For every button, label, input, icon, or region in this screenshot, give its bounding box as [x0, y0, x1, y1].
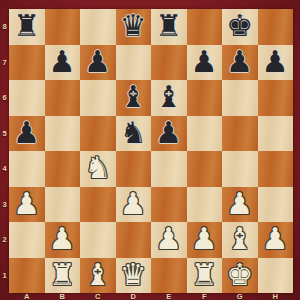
- square-f5[interactable]: [187, 116, 223, 152]
- square-d5[interactable]: ♞: [116, 116, 152, 152]
- square-f1[interactable]: ♜: [187, 258, 223, 294]
- rank-label-2: 2: [0, 222, 9, 258]
- square-d4[interactable]: [116, 151, 152, 187]
- square-c5[interactable]: [80, 116, 116, 152]
- square-c1[interactable]: ♝: [80, 258, 116, 294]
- white-queen[interactable]: ♛: [120, 258, 147, 293]
- square-a2[interactable]: [9, 222, 45, 258]
- square-h8[interactable]: [258, 9, 294, 45]
- square-e3[interactable]: [151, 187, 187, 223]
- square-d1[interactable]: ♛: [116, 258, 152, 294]
- square-b6[interactable]: [45, 80, 81, 116]
- square-h2[interactable]: ♟: [258, 222, 294, 258]
- square-e2[interactable]: ♟: [151, 222, 187, 258]
- square-a3[interactable]: ♟: [9, 187, 45, 223]
- chess-board-frame: ♜♛♜♚♟♟♟♟♟♝♝♟♞♟♞♟♟♟♟♟♟♝♟♜♝♛♜♚ 87654321ABC…: [0, 0, 300, 300]
- square-g4[interactable]: [222, 151, 258, 187]
- square-f6[interactable]: [187, 80, 223, 116]
- square-h3[interactable]: [258, 187, 294, 223]
- square-g1[interactable]: ♚: [222, 258, 258, 294]
- black-pawn[interactable]: ♟: [262, 45, 289, 80]
- square-g3[interactable]: ♟: [222, 187, 258, 223]
- square-d2[interactable]: [116, 222, 152, 258]
- rank-label-6: 6: [0, 80, 9, 116]
- square-b7[interactable]: ♟: [45, 45, 81, 81]
- square-c3[interactable]: [80, 187, 116, 223]
- white-rook[interactable]: ♜: [49, 258, 76, 293]
- white-king[interactable]: ♚: [226, 258, 253, 293]
- file-label-d: D: [116, 293, 152, 300]
- square-g8[interactable]: ♚: [222, 9, 258, 45]
- chess-board: ♜♛♜♚♟♟♟♟♟♝♝♟♞♟♞♟♟♟♟♟♟♝♟♜♝♛♜♚: [9, 9, 293, 293]
- square-g2[interactable]: ♝: [222, 222, 258, 258]
- black-rook[interactable]: ♜: [155, 9, 182, 44]
- square-h4[interactable]: [258, 151, 294, 187]
- file-label-h: H: [258, 293, 294, 300]
- black-king[interactable]: ♚: [226, 9, 253, 44]
- file-label-a: A: [9, 293, 45, 300]
- rank-label-7: 7: [0, 45, 9, 81]
- square-h6[interactable]: [258, 80, 294, 116]
- square-f2[interactable]: ♟: [187, 222, 223, 258]
- square-d7[interactable]: [116, 45, 152, 81]
- square-e8[interactable]: ♜: [151, 9, 187, 45]
- square-h7[interactable]: ♟: [258, 45, 294, 81]
- square-b3[interactable]: [45, 187, 81, 223]
- black-pawn[interactable]: ♟: [13, 116, 40, 151]
- square-c8[interactable]: [80, 9, 116, 45]
- black-rook[interactable]: ♜: [13, 9, 40, 44]
- square-a4[interactable]: [9, 151, 45, 187]
- square-f4[interactable]: [187, 151, 223, 187]
- white-rook[interactable]: ♜: [191, 258, 218, 293]
- square-e4[interactable]: [151, 151, 187, 187]
- square-e5[interactable]: ♟: [151, 116, 187, 152]
- black-pawn[interactable]: ♟: [226, 45, 253, 80]
- square-c7[interactable]: ♟: [80, 45, 116, 81]
- rank-label-3: 3: [0, 187, 9, 223]
- square-a6[interactable]: [9, 80, 45, 116]
- square-g7[interactable]: ♟: [222, 45, 258, 81]
- square-f7[interactable]: ♟: [187, 45, 223, 81]
- square-b8[interactable]: [45, 9, 81, 45]
- white-pawn[interactable]: ♟: [262, 222, 289, 257]
- square-b5[interactable]: [45, 116, 81, 152]
- square-g5[interactable]: [222, 116, 258, 152]
- square-h5[interactable]: [258, 116, 294, 152]
- rank-label-8: 8: [0, 9, 9, 45]
- file-label-c: C: [80, 293, 116, 300]
- square-a5[interactable]: ♟: [9, 116, 45, 152]
- square-b4[interactable]: [45, 151, 81, 187]
- white-pawn[interactable]: ♟: [226, 187, 253, 222]
- black-queen[interactable]: ♛: [120, 9, 147, 44]
- rank-label-4: 4: [0, 151, 9, 187]
- white-bishop[interactable]: ♝: [226, 222, 253, 257]
- white-knight[interactable]: ♞: [84, 151, 111, 186]
- black-pawn[interactable]: ♟: [84, 45, 111, 80]
- square-d6[interactable]: ♝: [116, 80, 152, 116]
- file-label-b: B: [45, 293, 81, 300]
- rank-label-1: 1: [0, 258, 9, 294]
- square-a7[interactable]: [9, 45, 45, 81]
- file-label-g: G: [222, 293, 258, 300]
- square-a1[interactable]: [9, 258, 45, 294]
- black-pawn[interactable]: ♟: [155, 116, 182, 151]
- square-c2[interactable]: [80, 222, 116, 258]
- square-b1[interactable]: ♜: [45, 258, 81, 294]
- square-c4[interactable]: ♞: [80, 151, 116, 187]
- black-bishop[interactable]: ♝: [120, 80, 147, 115]
- square-e6[interactable]: ♝: [151, 80, 187, 116]
- black-bishop[interactable]: ♝: [155, 80, 182, 115]
- white-pawn[interactable]: ♟: [191, 222, 218, 257]
- white-pawn[interactable]: ♟: [49, 222, 76, 257]
- file-label-e: E: [151, 293, 187, 300]
- square-h1[interactable]: [258, 258, 294, 294]
- file-label-f: F: [187, 293, 223, 300]
- white-pawn[interactable]: ♟: [13, 187, 40, 222]
- white-bishop[interactable]: ♝: [84, 258, 111, 293]
- white-pawn[interactable]: ♟: [155, 222, 182, 257]
- square-e7[interactable]: [151, 45, 187, 81]
- square-e1[interactable]: [151, 258, 187, 294]
- square-b2[interactable]: ♟: [45, 222, 81, 258]
- white-pawn[interactable]: ♟: [120, 187, 147, 222]
- square-d8[interactable]: ♛: [116, 9, 152, 45]
- square-g6[interactable]: [222, 80, 258, 116]
- black-pawn[interactable]: ♟: [49, 45, 76, 80]
- black-knight[interactable]: ♞: [120, 116, 147, 151]
- square-a8[interactable]: ♜: [9, 9, 45, 45]
- square-c6[interactable]: [80, 80, 116, 116]
- black-pawn[interactable]: ♟: [191, 45, 218, 80]
- square-d3[interactable]: ♟: [116, 187, 152, 223]
- square-f8[interactable]: [187, 9, 223, 45]
- rank-label-5: 5: [0, 116, 9, 152]
- square-f3[interactable]: [187, 187, 223, 223]
